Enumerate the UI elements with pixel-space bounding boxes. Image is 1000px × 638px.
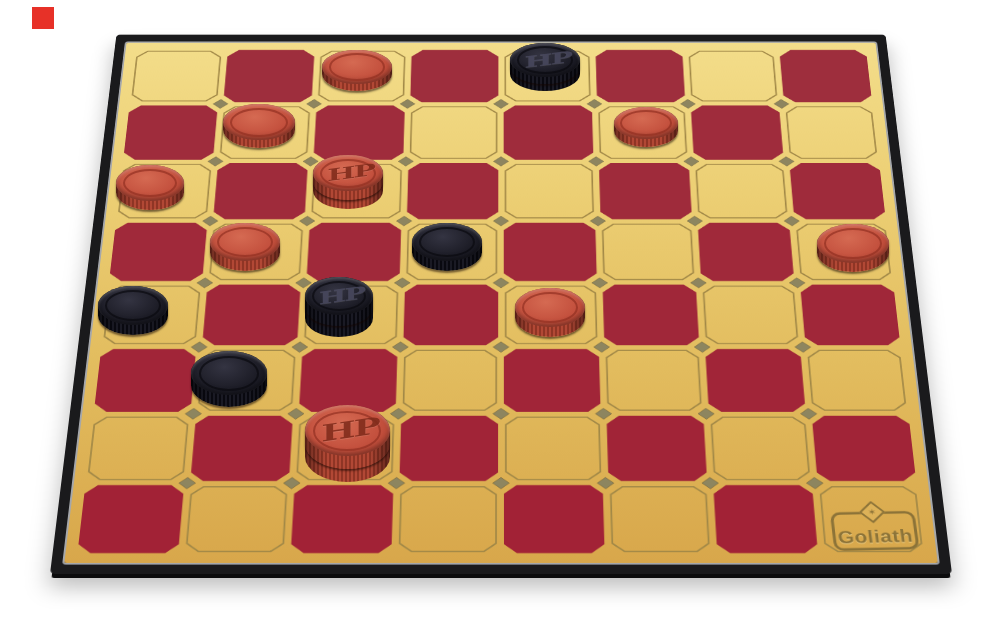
square-b6[interactable] (210, 161, 310, 221)
square-e5[interactable] (501, 221, 600, 283)
disc-top-face (210, 223, 280, 261)
red-man-piece-h5[interactable] (817, 224, 889, 273)
square-f8[interactable] (593, 48, 688, 104)
red-square-watermark (32, 7, 54, 29)
product-photo: ✶ Goliath HPHPHPHP (0, 0, 1000, 638)
red-man-piece-c8[interactable] (322, 50, 392, 91)
square-f1[interactable] (606, 483, 715, 555)
square-g3[interactable] (702, 347, 808, 414)
checkers-board: ✶ Goliath (50, 35, 952, 574)
square-d3[interactable] (398, 347, 501, 414)
disc-top-face (614, 107, 678, 139)
square-a5[interactable] (106, 221, 210, 283)
square-e3[interactable] (501, 347, 604, 414)
square-g2[interactable] (706, 414, 815, 483)
red-man-piece-f7[interactable] (614, 107, 678, 147)
square-d1[interactable] (394, 483, 501, 555)
black-man-piece-d5[interactable] (412, 223, 482, 271)
goliath-logo-text: Goliath (835, 525, 917, 547)
square-h8[interactable] (777, 48, 875, 104)
red-king-piece-c6[interactable]: HP (313, 155, 383, 209)
board-grid (74, 48, 928, 555)
square-b4[interactable] (199, 283, 303, 347)
square-b8[interactable] (221, 48, 318, 104)
square-f4[interactable] (600, 283, 702, 347)
red-man-piece-a6[interactable] (116, 165, 184, 209)
square-e7[interactable] (501, 104, 596, 162)
square-c1[interactable] (288, 483, 397, 555)
disc-top-face (98, 286, 168, 325)
square-e1[interactable] (501, 483, 608, 555)
square-e2[interactable] (501, 414, 606, 483)
disc-top-face (116, 165, 184, 200)
square-d8[interactable] (408, 48, 501, 104)
black-man-piece-a4[interactable] (98, 286, 168, 336)
board-field: ✶ Goliath (64, 43, 937, 563)
square-d4[interactable] (400, 283, 501, 347)
square-a3[interactable] (91, 347, 199, 414)
square-h7[interactable] (781, 104, 881, 162)
square-c5[interactable] (304, 221, 405, 283)
square-h2[interactable] (809, 414, 920, 483)
red-man-piece-e4[interactable] (515, 288, 585, 338)
square-g4[interactable] (698, 283, 802, 347)
square-d2[interactable] (396, 414, 501, 483)
black-king-piece-e8[interactable]: HP (510, 43, 580, 91)
square-a1[interactable] (74, 483, 187, 555)
disc-top-face (322, 50, 392, 84)
square-f6[interactable] (596, 161, 695, 221)
square-e6[interactable] (501, 161, 598, 221)
disc-top-face (191, 351, 267, 395)
black-king-piece-c4[interactable]: HP (305, 277, 373, 337)
square-b2[interactable] (187, 414, 296, 483)
square-f3[interactable] (602, 347, 707, 414)
disc-top-face (223, 104, 295, 140)
red-king-piece-c2[interactable]: HP (305, 405, 390, 482)
square-a2[interactable] (83, 414, 194, 483)
square-d6[interactable] (404, 161, 501, 221)
black-man-piece-b3[interactable] (191, 351, 267, 407)
square-h6[interactable] (786, 161, 888, 221)
goliath-logo: ✶ Goliath (830, 510, 920, 550)
square-h3[interactable] (803, 347, 911, 414)
square-f2[interactable] (604, 414, 711, 483)
square-g8[interactable] (685, 48, 782, 104)
square-a8[interactable] (127, 48, 225, 104)
square-f5[interactable] (598, 221, 699, 283)
square-c3[interactable] (296, 347, 401, 414)
square-g6[interactable] (691, 161, 791, 221)
square-c7[interactable] (311, 104, 408, 162)
red-man-piece-b5[interactable] (210, 223, 280, 271)
disc-top-face (412, 223, 482, 261)
square-g7[interactable] (688, 104, 787, 162)
square-a7[interactable] (120, 104, 220, 162)
square-b1[interactable] (181, 483, 292, 555)
red-man-piece-b7[interactable] (223, 104, 295, 148)
square-d7[interactable] (406, 104, 501, 162)
square-g5[interactable] (695, 221, 797, 283)
disc-top-face (515, 288, 585, 327)
disc-top-face (817, 224, 889, 263)
square-h4[interactable] (797, 283, 903, 347)
square-g1[interactable] (710, 483, 821, 555)
